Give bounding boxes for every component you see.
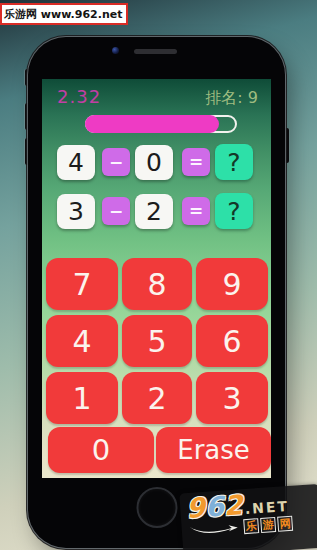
logo-digit-6: 6 <box>204 493 225 521</box>
logo-digit-2: 2 <box>223 491 244 519</box>
key-1[interactable]: 1 <box>46 372 118 424</box>
key-3[interactable]: 3 <box>196 372 268 424</box>
site-char: 乐 <box>243 518 259 534</box>
logo-digit-9: 9 <box>185 494 206 522</box>
rank-label: 排名: 9 <box>205 88 258 109</box>
key-0[interactable]: 0 <box>48 427 154 473</box>
key-2[interactable]: 2 <box>122 372 192 424</box>
swoosh-icon <box>187 520 240 538</box>
minus-operator-tile: − <box>102 197 130 225</box>
key-9[interactable]: 9 <box>196 258 268 310</box>
watermark-bottom-logo: 9 6 2 .NET 乐 游 网 <box>179 484 317 550</box>
progress-bar <box>85 115 237 133</box>
logo-site-name: 乐 游 网 <box>241 516 293 535</box>
speaker-slot <box>134 49 177 54</box>
answer-slot-tile[interactable]: ? <box>215 193 253 229</box>
game-screen: 2.32 排名: 9 4 − 0 = ? 3 − 2 = ? 7 8 9 4 <box>42 79 271 478</box>
equals-tile: = <box>182 197 210 225</box>
logo-net-text: .NET <box>244 499 289 516</box>
equation-row-2: 3 − 2 = ? <box>42 192 271 230</box>
keypad-bottom-row: 0 Erase <box>48 427 271 473</box>
site-char: 网 <box>277 516 293 532</box>
operand-a-tile: 4 <box>57 145 95 180</box>
equation-row-1: 4 − 0 = ? <box>42 143 271 181</box>
minus-operator-tile: − <box>102 148 130 176</box>
erase-button[interactable]: Erase <box>156 427 271 473</box>
front-camera-dot <box>112 47 119 54</box>
key-7[interactable]: 7 <box>46 258 118 310</box>
home-button <box>136 487 177 528</box>
answer-slot-tile[interactable]: ? <box>215 144 253 180</box>
operand-a-tile: 3 <box>57 194 95 229</box>
number-keypad: 7 8 9 4 5 6 1 2 3 <box>46 258 268 424</box>
operand-b-tile: 0 <box>135 145 173 180</box>
timer-value: 2.32 <box>57 86 101 107</box>
operand-b-tile: 2 <box>135 194 173 229</box>
watermark-top: 乐游网 www.962.net <box>0 3 128 25</box>
key-5[interactable]: 5 <box>122 315 192 367</box>
watermark-top-text: 乐游网 www.962.net <box>4 7 122 22</box>
key-6[interactable]: 6 <box>196 315 268 367</box>
key-8[interactable]: 8 <box>122 258 192 310</box>
site-char: 游 <box>260 517 276 533</box>
key-4[interactable]: 4 <box>46 315 118 367</box>
progress-fill <box>85 115 219 133</box>
phone-frame: 2.32 排名: 9 4 − 0 = ? 3 − 2 = ? 7 8 9 4 <box>28 37 285 548</box>
equals-tile: = <box>182 148 210 176</box>
